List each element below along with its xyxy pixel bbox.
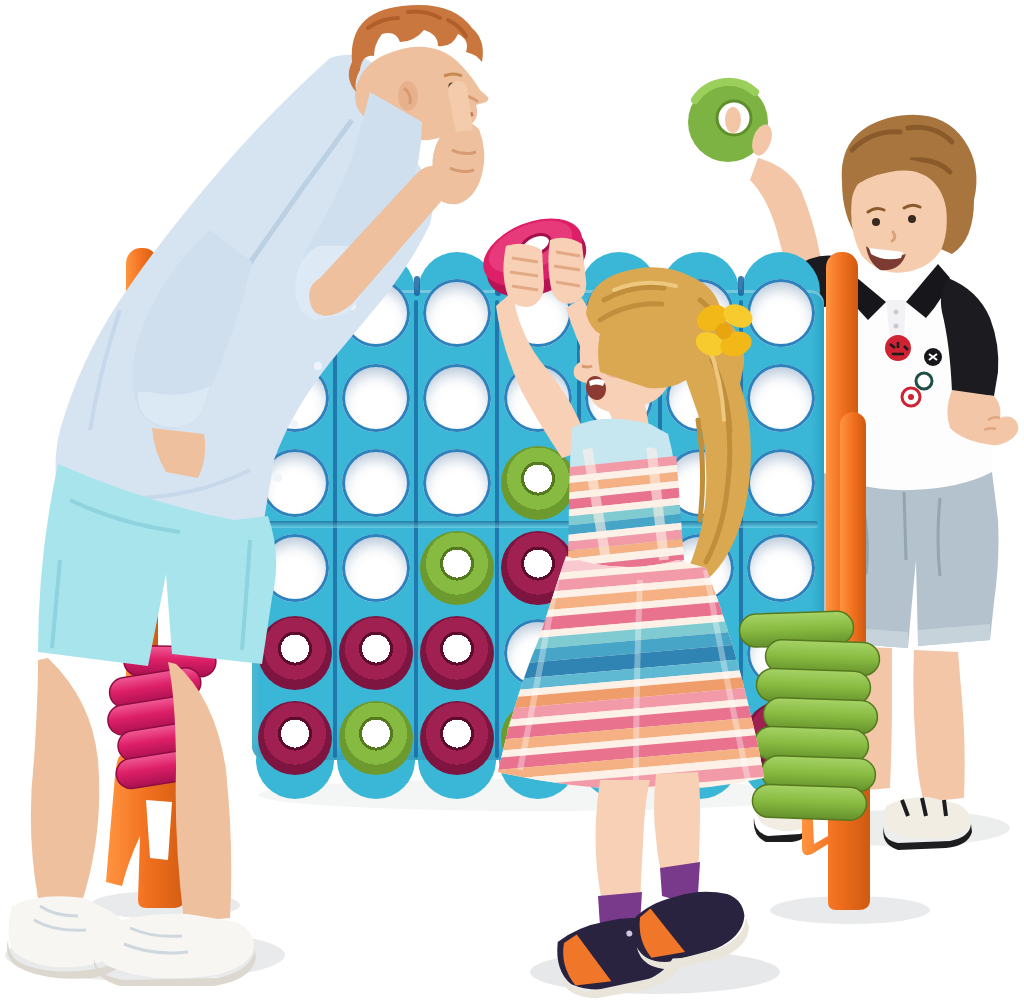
people-front [0,0,1024,1000]
girl-skirt-stripes [461,542,800,801]
man-far-leg [168,662,231,922]
girl-right-hand [548,238,586,304]
girl-figure [461,205,800,1000]
girl-shoes [552,882,755,1000]
man-figure [7,5,488,986]
girl-left-leg [596,780,651,908]
product-photo-giant-connect-four: { "game": "Giant Connect Four (4-in-a-ro… [0,0,1024,1000]
man-near-leg [31,658,99,902]
